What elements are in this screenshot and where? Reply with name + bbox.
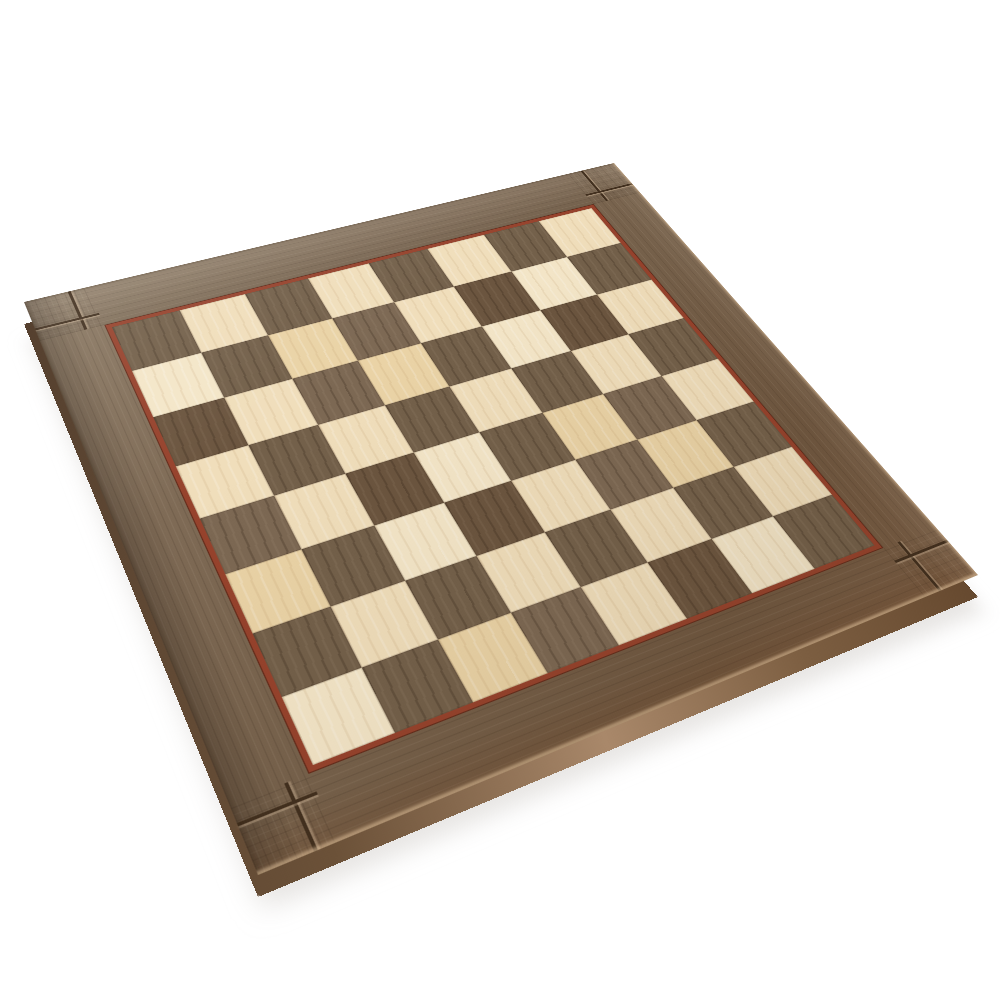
scene-background [0, 0, 1000, 1000]
chessboard [24, 163, 978, 875]
